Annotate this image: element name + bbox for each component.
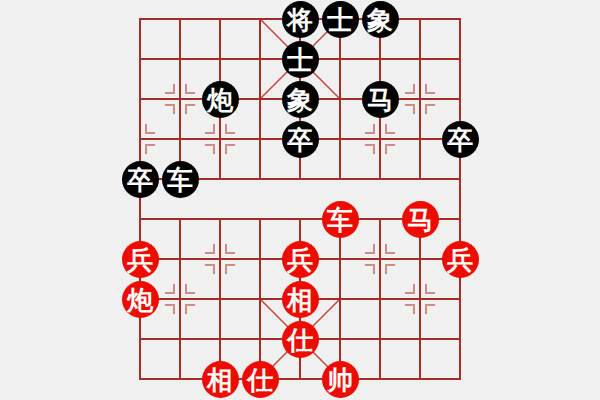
piece-black-advisor[interactable]: 士 <box>282 41 319 78</box>
piece-black-cannon[interactable]: 炮 <box>202 81 239 118</box>
piece-red-soldier[interactable]: 兵 <box>282 241 319 278</box>
piece-black-horse[interactable]: 马 <box>362 81 399 118</box>
piece-black-soldier[interactable]: 卒 <box>282 121 319 158</box>
piece-red-advisor[interactable]: 仕 <box>282 321 319 358</box>
piece-red-elephant[interactable]: 相 <box>282 281 319 318</box>
piece-black-soldier[interactable]: 卒 <box>122 161 159 198</box>
piece-black-general[interactable]: 将 <box>282 1 319 38</box>
xiangqi-app: 将士象士炮象马卒卒卒车车马兵兵兵炮相仕相仕帅 <box>0 0 600 400</box>
piece-black-soldier[interactable]: 卒 <box>442 121 479 158</box>
piece-black-advisor[interactable]: 士 <box>322 1 359 38</box>
piece-layer: 将士象士炮象马卒卒卒车车马兵兵兵炮相仕相仕帅 <box>120 0 480 399</box>
piece-red-advisor[interactable]: 仕 <box>242 361 279 398</box>
piece-red-soldier[interactable]: 兵 <box>442 241 479 278</box>
piece-black-elephant[interactable]: 象 <box>362 1 399 38</box>
piece-red-chariot[interactable]: 车 <box>322 201 359 238</box>
piece-red-cannon[interactable]: 炮 <box>122 281 159 318</box>
piece-black-elephant[interactable]: 象 <box>282 81 319 118</box>
piece-red-elephant[interactable]: 相 <box>202 361 239 398</box>
piece-red-general[interactable]: 帅 <box>322 361 359 398</box>
piece-red-horse[interactable]: 马 <box>402 201 439 238</box>
piece-red-soldier[interactable]: 兵 <box>122 241 159 278</box>
piece-black-chariot[interactable]: 车 <box>162 161 199 198</box>
